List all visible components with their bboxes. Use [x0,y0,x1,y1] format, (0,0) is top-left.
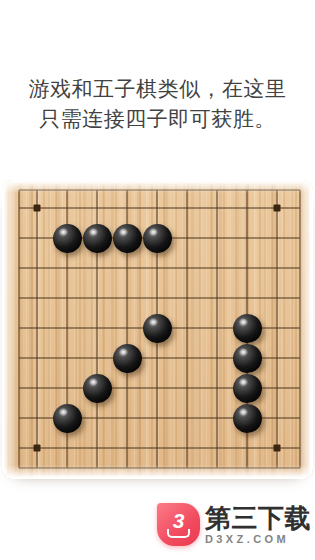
stones-grid: ●●●●●●●●●●●● [22,193,292,463]
go-board[interactable]: ●●●●●●●●●●●● [2,180,313,479]
black-stone: ● [113,344,142,373]
black-stone: ● [143,314,172,343]
black-stone: ● [233,374,262,403]
black-stone: ● [143,224,172,253]
black-stone: ● [113,224,142,253]
watermark[interactable]: 3 第三下载 D3XZ.COM [157,503,311,546]
instruction-line-2: 只需连接四子即可获胜。 [0,104,315,134]
black-stone: ● [233,404,262,433]
watermark-title: 第三下载 [205,505,311,532]
black-stone: ● [83,224,112,253]
black-stone: ● [233,344,262,373]
instruction-line-1: 游戏和五子棋类似，在这里 [0,74,315,104]
instruction-text: 游戏和五子棋类似，在这里 只需连接四子即可获胜。 [0,74,315,134]
black-stone: ● [53,404,82,433]
download-tray-icon [167,529,190,538]
tutorial-screen: 游戏和五子棋类似，在这里 只需连接四子即可获胜。 ●●●●●●●●●●●● 3 … [0,0,315,560]
black-stone: ● [233,314,262,343]
icon-digit: 3 [173,511,185,530]
download-site-icon: 3 [157,503,200,546]
watermark-text: 第三下载 D3XZ.COM [205,505,311,545]
black-stone: ● [83,374,112,403]
watermark-site: D3XZ.COM [205,533,311,545]
black-stone: ● [53,224,82,253]
